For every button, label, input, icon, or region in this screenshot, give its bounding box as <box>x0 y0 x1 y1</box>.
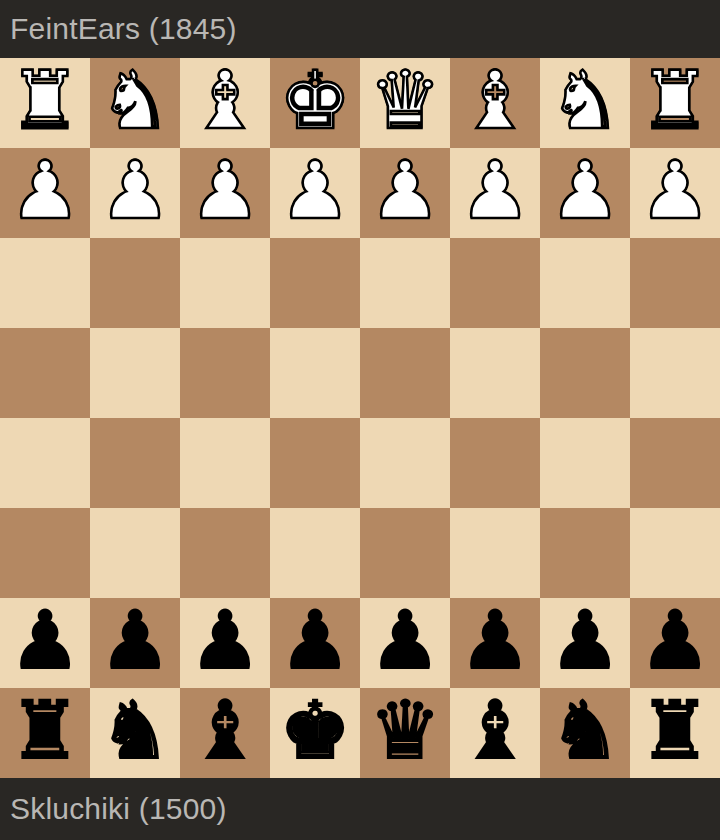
black-pawn[interactable]: ♟ <box>639 596 711 686</box>
bottom-player-bar: Skluchiki (1500) <box>0 778 720 840</box>
top-player-bar: FeintEars (1845) <box>0 0 720 58</box>
square-b1[interactable]: ♞ <box>540 58 630 148</box>
square-f6[interactable] <box>180 508 270 598</box>
white-pawn[interactable]: ♟ <box>639 146 711 236</box>
square-f7[interactable]: ♟ <box>180 598 270 688</box>
square-h2[interactable]: ♟ <box>0 148 90 238</box>
white-pawn[interactable]: ♟ <box>279 146 351 236</box>
square-c3[interactable] <box>450 238 540 328</box>
white-queen[interactable]: ♛ <box>369 56 441 146</box>
square-c2[interactable]: ♟ <box>450 148 540 238</box>
square-h4[interactable] <box>0 328 90 418</box>
white-knight[interactable]: ♞ <box>99 56 171 146</box>
black-rook[interactable]: ♜ <box>9 686 81 776</box>
black-rook[interactable]: ♜ <box>639 686 711 776</box>
square-g4[interactable] <box>90 328 180 418</box>
white-king[interactable]: ♚ <box>279 56 351 146</box>
square-d7[interactable]: ♟ <box>360 598 450 688</box>
black-pawn[interactable]: ♟ <box>459 596 531 686</box>
square-e6[interactable] <box>270 508 360 598</box>
black-queen[interactable]: ♛ <box>369 686 441 776</box>
square-e5[interactable] <box>270 418 360 508</box>
black-bishop[interactable]: ♝ <box>189 686 261 776</box>
square-b3[interactable] <box>540 238 630 328</box>
square-b4[interactable] <box>540 328 630 418</box>
square-a3[interactable] <box>630 238 720 328</box>
bottom-player-label: Skluchiki (1500) <box>10 792 227 826</box>
square-h7[interactable]: ♟ <box>0 598 90 688</box>
black-pawn[interactable]: ♟ <box>369 596 441 686</box>
square-b8[interactable]: ♞ <box>540 688 630 778</box>
square-d1[interactable]: ♛ <box>360 58 450 148</box>
square-a4[interactable] <box>630 328 720 418</box>
white-pawn[interactable]: ♟ <box>549 146 621 236</box>
black-bishop[interactable]: ♝ <box>459 686 531 776</box>
black-king[interactable]: ♚ <box>279 686 351 776</box>
white-pawn[interactable]: ♟ <box>189 146 261 236</box>
black-pawn[interactable]: ♟ <box>549 596 621 686</box>
square-h3[interactable] <box>0 238 90 328</box>
square-e2[interactable]: ♟ <box>270 148 360 238</box>
white-bishop[interactable]: ♝ <box>189 56 261 146</box>
square-h6[interactable] <box>0 508 90 598</box>
square-c7[interactable]: ♟ <box>450 598 540 688</box>
square-e1[interactable]: ♚ <box>270 58 360 148</box>
chess-board: ♜♞♝♚♛♝♞♜♟♟♟♟♟♟♟♟♟♟♟♟♟♟♟♟♜♞♝♚♛♝♞♜ <box>0 58 720 778</box>
white-rook[interactable]: ♜ <box>639 56 711 146</box>
square-a2[interactable]: ♟ <box>630 148 720 238</box>
black-knight[interactable]: ♞ <box>549 686 621 776</box>
top-player-label: FeintEars (1845) <box>10 12 237 46</box>
square-h8[interactable]: ♜ <box>0 688 90 778</box>
square-d6[interactable] <box>360 508 450 598</box>
square-e8[interactable]: ♚ <box>270 688 360 778</box>
square-c6[interactable] <box>450 508 540 598</box>
square-c1[interactable]: ♝ <box>450 58 540 148</box>
square-d3[interactable] <box>360 238 450 328</box>
square-g3[interactable] <box>90 238 180 328</box>
square-b7[interactable]: ♟ <box>540 598 630 688</box>
white-pawn[interactable]: ♟ <box>9 146 81 236</box>
square-h5[interactable] <box>0 418 90 508</box>
square-a8[interactable]: ♜ <box>630 688 720 778</box>
square-b6[interactable] <box>540 508 630 598</box>
square-a6[interactable] <box>630 508 720 598</box>
square-a5[interactable] <box>630 418 720 508</box>
white-bishop[interactable]: ♝ <box>459 56 531 146</box>
square-h1[interactable]: ♜ <box>0 58 90 148</box>
square-b2[interactable]: ♟ <box>540 148 630 238</box>
white-rook[interactable]: ♜ <box>9 56 81 146</box>
square-f2[interactable]: ♟ <box>180 148 270 238</box>
chess-app: FeintEars (1845) ♜♞♝♚♛♝♞♜♟♟♟♟♟♟♟♟♟♟♟♟♟♟♟… <box>0 0 720 840</box>
square-f5[interactable] <box>180 418 270 508</box>
square-e4[interactable] <box>270 328 360 418</box>
square-g5[interactable] <box>90 418 180 508</box>
black-pawn[interactable]: ♟ <box>279 596 351 686</box>
black-pawn[interactable]: ♟ <box>9 596 81 686</box>
square-d5[interactable] <box>360 418 450 508</box>
square-e3[interactable] <box>270 238 360 328</box>
square-e7[interactable]: ♟ <box>270 598 360 688</box>
square-g8[interactable]: ♞ <box>90 688 180 778</box>
white-pawn[interactable]: ♟ <box>369 146 441 236</box>
square-a1[interactable]: ♜ <box>630 58 720 148</box>
square-g7[interactable]: ♟ <box>90 598 180 688</box>
square-d8[interactable]: ♛ <box>360 688 450 778</box>
white-pawn[interactable]: ♟ <box>99 146 171 236</box>
square-f1[interactable]: ♝ <box>180 58 270 148</box>
square-g6[interactable] <box>90 508 180 598</box>
black-knight[interactable]: ♞ <box>99 686 171 776</box>
square-f8[interactable]: ♝ <box>180 688 270 778</box>
square-d4[interactable] <box>360 328 450 418</box>
square-f3[interactable] <box>180 238 270 328</box>
white-knight[interactable]: ♞ <box>549 56 621 146</box>
square-c5[interactable] <box>450 418 540 508</box>
square-d2[interactable]: ♟ <box>360 148 450 238</box>
square-c4[interactable] <box>450 328 540 418</box>
white-pawn[interactable]: ♟ <box>459 146 531 236</box>
square-c8[interactable]: ♝ <box>450 688 540 778</box>
square-f4[interactable] <box>180 328 270 418</box>
black-pawn[interactable]: ♟ <box>189 596 261 686</box>
square-g2[interactable]: ♟ <box>90 148 180 238</box>
square-g1[interactable]: ♞ <box>90 58 180 148</box>
square-a7[interactable]: ♟ <box>630 598 720 688</box>
square-b5[interactable] <box>540 418 630 508</box>
black-pawn[interactable]: ♟ <box>99 596 171 686</box>
